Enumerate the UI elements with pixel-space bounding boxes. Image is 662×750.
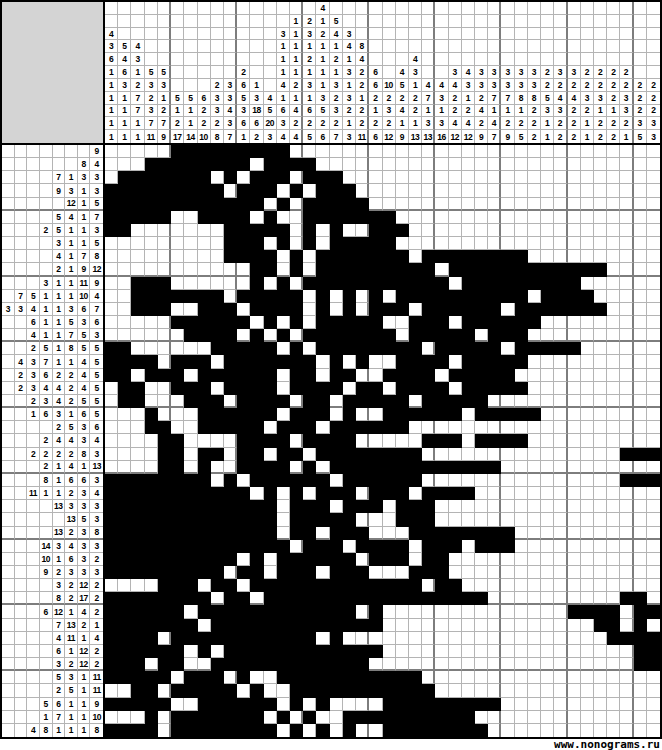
grid-cell[interactable] <box>449 579 462 592</box>
grid-cell[interactable] <box>369 684 382 697</box>
grid-cell[interactable] <box>131 724 144 737</box>
grid-cell[interactable] <box>409 198 422 211</box>
grid-cell[interactable] <box>581 277 594 290</box>
grid-cell[interactable] <box>330 382 343 395</box>
grid-cell[interactable] <box>435 632 448 645</box>
grid-cell[interactable] <box>647 434 660 447</box>
grid-cell[interactable] <box>435 474 448 487</box>
grid-cell[interactable] <box>145 342 158 355</box>
grid-cell[interactable] <box>211 527 224 540</box>
grid-cell[interactable] <box>369 250 382 263</box>
grid-cell[interactable] <box>541 211 554 224</box>
grid-cell[interactable] <box>184 605 197 618</box>
grid-cell[interactable] <box>435 434 448 447</box>
grid-cell[interactable] <box>211 540 224 553</box>
grid-cell[interactable] <box>541 658 554 671</box>
grid-cell[interactable] <box>330 355 343 368</box>
grid-cell[interactable] <box>224 211 237 224</box>
grid-cell[interactable] <box>224 382 237 395</box>
grid-cell[interactable] <box>145 250 158 263</box>
grid-cell[interactable] <box>435 198 448 211</box>
grid-cell[interactable] <box>515 277 528 290</box>
grid-cell[interactable] <box>541 579 554 592</box>
grid-cell[interactable] <box>488 211 501 224</box>
grid-cell[interactable] <box>237 645 250 658</box>
grid-cell[interactable] <box>264 632 277 645</box>
grid-cell[interactable] <box>369 316 382 329</box>
grid-cell[interactable] <box>198 724 211 737</box>
grid-cell[interactable] <box>264 303 277 316</box>
grid-cell[interactable] <box>356 553 369 566</box>
grid-cell[interactable] <box>369 145 382 158</box>
grid-cell[interactable] <box>568 263 581 276</box>
grid-cell[interactable] <box>581 645 594 658</box>
grid-cell[interactable] <box>409 382 422 395</box>
grid-cell[interactable] <box>462 711 475 724</box>
grid-cell[interactable] <box>303 711 316 724</box>
grid-cell[interactable] <box>290 290 303 303</box>
grid-cell[interactable] <box>449 342 462 355</box>
grid-cell[interactable] <box>396 487 409 500</box>
grid-cell[interactable] <box>422 645 435 658</box>
grid-cell[interactable] <box>568 434 581 447</box>
grid-cell[interactable] <box>501 540 514 553</box>
grid-cell[interactable] <box>581 474 594 487</box>
grid-cell[interactable] <box>184 658 197 671</box>
grid-cell[interactable] <box>277 198 290 211</box>
grid-cell[interactable] <box>594 316 607 329</box>
grid-cell[interactable] <box>330 724 343 737</box>
grid-cell[interactable] <box>171 579 184 592</box>
grid-cell[interactable] <box>581 579 594 592</box>
grid-cell[interactable] <box>184 237 197 250</box>
grid-cell[interactable] <box>105 540 118 553</box>
grid-cell[interactable] <box>290 369 303 382</box>
grid-cell[interactable] <box>488 684 501 697</box>
grid-cell[interactable] <box>594 658 607 671</box>
grid-cell[interactable] <box>118 579 131 592</box>
grid-cell[interactable] <box>198 408 211 421</box>
grid-cell[interactable] <box>488 448 501 461</box>
grid-cell[interactable] <box>501 355 514 368</box>
grid-cell[interactable] <box>343 211 356 224</box>
grid-cell[interactable] <box>515 566 528 579</box>
grid-cell[interactable] <box>634 408 647 421</box>
grid-cell[interactable] <box>224 632 237 645</box>
grid-cell[interactable] <box>330 566 343 579</box>
grid-cell[interactable] <box>620 553 633 566</box>
grid-cell[interactable] <box>211 263 224 276</box>
grid-cell[interactable] <box>554 224 567 237</box>
grid-cell[interactable] <box>647 421 660 434</box>
grid-cell[interactable] <box>528 711 541 724</box>
grid-cell[interactable] <box>647 724 660 737</box>
grid-cell[interactable] <box>554 658 567 671</box>
grid-cell[interactable] <box>488 698 501 711</box>
grid-cell[interactable] <box>343 382 356 395</box>
grid-cell[interactable] <box>277 237 290 250</box>
grid-cell[interactable] <box>118 250 131 263</box>
grid-cell[interactable] <box>277 724 290 737</box>
grid-cell[interactable] <box>396 724 409 737</box>
grid-cell[interactable] <box>435 684 448 697</box>
grid-cell[interactable] <box>581 461 594 474</box>
grid-cell[interactable] <box>250 171 263 184</box>
grid-cell[interactable] <box>303 474 316 487</box>
grid-cell[interactable] <box>515 500 528 513</box>
grid-cell[interactable] <box>184 619 197 632</box>
grid-cell[interactable] <box>343 553 356 566</box>
grid-cell[interactable] <box>211 553 224 566</box>
grid-cell[interactable] <box>435 540 448 553</box>
grid-cell[interactable] <box>620 145 633 158</box>
grid-cell[interactable] <box>131 158 144 171</box>
grid-cell[interactable] <box>316 592 329 605</box>
grid-cell[interactable] <box>554 619 567 632</box>
grid-cell[interactable] <box>422 671 435 684</box>
grid-cell[interactable] <box>158 342 171 355</box>
grid-cell[interactable] <box>237 579 250 592</box>
grid-cell[interactable] <box>488 461 501 474</box>
grid-cell[interactable] <box>356 513 369 526</box>
grid-cell[interactable] <box>515 237 528 250</box>
grid-cell[interactable] <box>303 605 316 618</box>
grid-cell[interactable] <box>528 684 541 697</box>
grid-cell[interactable] <box>330 671 343 684</box>
grid-cell[interactable] <box>303 211 316 224</box>
grid-cell[interactable] <box>118 684 131 697</box>
grid-cell[interactable] <box>237 355 250 368</box>
grid-cell[interactable] <box>501 527 514 540</box>
grid-cell[interactable] <box>356 263 369 276</box>
grid-cell[interactable] <box>501 448 514 461</box>
grid-cell[interactable] <box>475 171 488 184</box>
grid-cell[interactable] <box>409 408 422 421</box>
grid-cell[interactable] <box>184 487 197 500</box>
grid-cell[interactable] <box>118 434 131 447</box>
grid-cell[interactable] <box>264 290 277 303</box>
grid-cell[interactable] <box>620 579 633 592</box>
grid-cell[interactable] <box>198 263 211 276</box>
grid-cell[interactable] <box>343 592 356 605</box>
grid-cell[interactable] <box>475 605 488 618</box>
grid-cell[interactable] <box>198 290 211 303</box>
grid-cell[interactable] <box>330 461 343 474</box>
grid-cell[interactable] <box>171 303 184 316</box>
grid-cell[interactable] <box>607 329 620 342</box>
grid-cell[interactable] <box>171 158 184 171</box>
grid-cell[interactable] <box>290 171 303 184</box>
grid-cell[interactable] <box>620 395 633 408</box>
grid-cell[interactable] <box>131 658 144 671</box>
grid-cell[interactable] <box>568 342 581 355</box>
grid-cell[interactable] <box>198 237 211 250</box>
grid-cell[interactable] <box>290 566 303 579</box>
grid-cell[interactable] <box>554 592 567 605</box>
grid-cell[interactable] <box>449 382 462 395</box>
grid-cell[interactable] <box>118 592 131 605</box>
grid-cell[interactable] <box>422 316 435 329</box>
grid-cell[interactable] <box>554 540 567 553</box>
grid-cell[interactable] <box>422 408 435 421</box>
grid-cell[interactable] <box>224 474 237 487</box>
grid-cell[interactable] <box>158 158 171 171</box>
grid-cell[interactable] <box>237 158 250 171</box>
grid-cell[interactable] <box>356 224 369 237</box>
grid-cell[interactable] <box>435 237 448 250</box>
grid-cell[interactable] <box>409 671 422 684</box>
grid-cell[interactable] <box>422 158 435 171</box>
grid-cell[interactable] <box>568 605 581 618</box>
grid-cell[interactable] <box>198 540 211 553</box>
grid-cell[interactable] <box>145 369 158 382</box>
grid-cell[interactable] <box>145 540 158 553</box>
grid-cell[interactable] <box>449 277 462 290</box>
grid-cell[interactable] <box>449 224 462 237</box>
grid-cell[interactable] <box>383 329 396 342</box>
grid-cell[interactable] <box>620 369 633 382</box>
grid-cell[interactable] <box>118 329 131 342</box>
grid-cell[interactable] <box>330 527 343 540</box>
grid-cell[interactable] <box>330 237 343 250</box>
grid-cell[interactable] <box>343 316 356 329</box>
grid-cell[interactable] <box>383 434 396 447</box>
grid-cell[interactable] <box>607 684 620 697</box>
grid-cell[interactable] <box>290 303 303 316</box>
grid-cell[interactable] <box>528 500 541 513</box>
grid-cell[interactable] <box>634 263 647 276</box>
grid-cell[interactable] <box>475 487 488 500</box>
grid-cell[interactable] <box>647 316 660 329</box>
grid-cell[interactable] <box>224 513 237 526</box>
grid-cell[interactable] <box>581 369 594 382</box>
grid-cell[interactable] <box>198 303 211 316</box>
grid-cell[interactable] <box>224 408 237 421</box>
grid-cell[interactable] <box>620 513 633 526</box>
grid-cell[interactable] <box>303 303 316 316</box>
grid-cell[interactable] <box>462 645 475 658</box>
grid-cell[interactable] <box>568 198 581 211</box>
grid-cell[interactable] <box>594 711 607 724</box>
grid-cell[interactable] <box>356 198 369 211</box>
grid-cell[interactable] <box>105 316 118 329</box>
grid-cell[interactable] <box>409 171 422 184</box>
grid-cell[interactable] <box>581 658 594 671</box>
grid-cell[interactable] <box>105 434 118 447</box>
grid-cell[interactable] <box>449 684 462 697</box>
grid-cell[interactable] <box>541 382 554 395</box>
grid-cell[interactable] <box>264 145 277 158</box>
grid-cell[interactable] <box>171 671 184 684</box>
grid-cell[interactable] <box>634 448 647 461</box>
grid-cell[interactable] <box>422 592 435 605</box>
grid-cell[interactable] <box>647 579 660 592</box>
grid-cell[interactable] <box>647 566 660 579</box>
grid-cell[interactable] <box>224 448 237 461</box>
grid-cell[interactable] <box>171 382 184 395</box>
grid-cell[interactable] <box>435 224 448 237</box>
grid-cell[interactable] <box>383 645 396 658</box>
grid-cell[interactable] <box>528 224 541 237</box>
grid-cell[interactable] <box>488 158 501 171</box>
grid-cell[interactable] <box>449 632 462 645</box>
grid-cell[interactable] <box>330 632 343 645</box>
grid-cell[interactable] <box>330 658 343 671</box>
grid-cell[interactable] <box>290 527 303 540</box>
grid-cell[interactable] <box>356 684 369 697</box>
grid-cell[interactable] <box>462 237 475 250</box>
grid-cell[interactable] <box>277 500 290 513</box>
grid-cell[interactable] <box>449 434 462 447</box>
grid-cell[interactable] <box>620 448 633 461</box>
grid-cell[interactable] <box>383 540 396 553</box>
grid-cell[interactable] <box>528 277 541 290</box>
grid-cell[interactable] <box>131 316 144 329</box>
grid-cell[interactable] <box>184 671 197 684</box>
grid-cell[interactable] <box>647 224 660 237</box>
grid-cell[interactable] <box>316 342 329 355</box>
grid-cell[interactable] <box>184 198 197 211</box>
grid-cell[interactable] <box>568 711 581 724</box>
grid-cell[interactable] <box>383 461 396 474</box>
grid-cell[interactable] <box>330 303 343 316</box>
grid-cell[interactable] <box>607 474 620 487</box>
grid-cell[interactable] <box>131 382 144 395</box>
grid-cell[interactable] <box>303 540 316 553</box>
grid-cell[interactable] <box>158 211 171 224</box>
grid-cell[interactable] <box>237 145 250 158</box>
grid-cell[interactable] <box>343 145 356 158</box>
grid-cell[interactable] <box>528 513 541 526</box>
grid-cell[interactable] <box>264 263 277 276</box>
grid-cell[interactable] <box>277 711 290 724</box>
grid-cell[interactable] <box>118 605 131 618</box>
grid-cell[interactable] <box>145 421 158 434</box>
grid-cell[interactable] <box>501 658 514 671</box>
grid-cell[interactable] <box>607 145 620 158</box>
grid-cell[interactable] <box>343 671 356 684</box>
grid-cell[interactable] <box>449 698 462 711</box>
grid-cell[interactable] <box>541 303 554 316</box>
grid-cell[interactable] <box>554 198 567 211</box>
grid-cell[interactable] <box>303 566 316 579</box>
grid-cell[interactable] <box>264 342 277 355</box>
grid-cell[interactable] <box>158 316 171 329</box>
grid-cell[interactable] <box>620 263 633 276</box>
grid-cell[interactable] <box>422 382 435 395</box>
grid-cell[interactable] <box>501 277 514 290</box>
grid-cell[interactable] <box>594 263 607 276</box>
grid-cell[interactable] <box>568 448 581 461</box>
grid-cell[interactable] <box>396 329 409 342</box>
grid-cell[interactable] <box>396 395 409 408</box>
grid-cell[interactable] <box>264 369 277 382</box>
grid-cell[interactable] <box>515 684 528 697</box>
grid-cell[interactable] <box>435 421 448 434</box>
grid-cell[interactable] <box>356 395 369 408</box>
grid-cell[interactable] <box>131 224 144 237</box>
grid-cell[interactable] <box>462 605 475 618</box>
grid-cell[interactable] <box>554 145 567 158</box>
grid-cell[interactable] <box>330 211 343 224</box>
grid-cell[interactable] <box>105 408 118 421</box>
grid-cell[interactable] <box>343 184 356 197</box>
grid-cell[interactable] <box>647 658 660 671</box>
grid-cell[interactable] <box>422 448 435 461</box>
grid-cell[interactable] <box>449 158 462 171</box>
grid-cell[interactable] <box>607 303 620 316</box>
grid-cell[interactable] <box>449 408 462 421</box>
grid-cell[interactable] <box>158 198 171 211</box>
grid-cell[interactable] <box>607 369 620 382</box>
grid-cell[interactable] <box>264 553 277 566</box>
grid-cell[interactable] <box>211 592 224 605</box>
grid-cell[interactable] <box>501 684 514 697</box>
grid-cell[interactable] <box>356 540 369 553</box>
grid-cell[interactable] <box>620 408 633 421</box>
grid-cell[interactable] <box>184 711 197 724</box>
grid-cell[interactable] <box>475 645 488 658</box>
grid-cell[interactable] <box>343 474 356 487</box>
grid-cell[interactable] <box>171 724 184 737</box>
grid-cell[interactable] <box>290 474 303 487</box>
grid-cell[interactable] <box>290 158 303 171</box>
grid-cell[interactable] <box>528 658 541 671</box>
grid-cell[interactable] <box>435 566 448 579</box>
grid-cell[interactable] <box>198 355 211 368</box>
grid-cell[interactable] <box>488 474 501 487</box>
grid-cell[interactable] <box>581 211 594 224</box>
grid-cell[interactable] <box>528 329 541 342</box>
grid-cell[interactable] <box>237 290 250 303</box>
grid-cell[interactable] <box>488 500 501 513</box>
grid-cell[interactable] <box>581 342 594 355</box>
grid-cell[interactable] <box>264 461 277 474</box>
grid-cell[interactable] <box>303 158 316 171</box>
grid-cell[interactable] <box>501 645 514 658</box>
grid-cell[interactable] <box>224 566 237 579</box>
grid-cell[interactable] <box>171 171 184 184</box>
grid-cell[interactable] <box>264 540 277 553</box>
grid-cell[interactable] <box>105 421 118 434</box>
grid-cell[interactable] <box>449 513 462 526</box>
grid-cell[interactable] <box>501 237 514 250</box>
grid-cell[interactable] <box>581 724 594 737</box>
grid-cell[interactable] <box>198 382 211 395</box>
grid-cell[interactable] <box>634 421 647 434</box>
grid-cell[interactable] <box>343 250 356 263</box>
grid-cell[interactable] <box>250 250 263 263</box>
grid-cell[interactable] <box>303 224 316 237</box>
grid-cell[interactable] <box>356 487 369 500</box>
grid-cell[interactable] <box>237 632 250 645</box>
grid-cell[interactable] <box>449 198 462 211</box>
grid-cell[interactable] <box>211 698 224 711</box>
grid-cell[interactable] <box>568 527 581 540</box>
grid-cell[interactable] <box>330 263 343 276</box>
grid-cell[interactable] <box>330 224 343 237</box>
grid-cell[interactable] <box>647 382 660 395</box>
grid-cell[interactable] <box>145 632 158 645</box>
grid-cell[interactable] <box>277 684 290 697</box>
grid-cell[interactable] <box>264 382 277 395</box>
grid-cell[interactable] <box>343 342 356 355</box>
grid-cell[interactable] <box>224 605 237 618</box>
grid-cell[interactable] <box>647 645 660 658</box>
grid-cell[interactable] <box>554 277 567 290</box>
grid-cell[interactable] <box>634 592 647 605</box>
grid-cell[interactable] <box>224 277 237 290</box>
